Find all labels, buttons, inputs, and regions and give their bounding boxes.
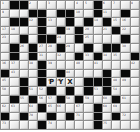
white-cell[interactable]: 22 — [121, 27, 129, 35]
clue-number: 17 — [2, 27, 6, 30]
white-cell[interactable]: 72 — [121, 113, 129, 121]
white-cell[interactable] — [112, 35, 120, 43]
white-cell[interactable] — [29, 35, 37, 43]
white-cell[interactable] — [20, 27, 28, 35]
clue-number: 48 — [113, 78, 117, 81]
white-cell[interactable] — [10, 10, 18, 18]
white-cell[interactable]: 73 — [1, 121, 9, 129]
white-cell[interactable]: 52 — [38, 87, 46, 95]
white-cell[interactable]: 34 — [103, 53, 111, 61]
white-cell[interactable] — [131, 27, 139, 35]
white-cell[interactable]: 20 — [84, 27, 92, 35]
black-cell — [103, 87, 111, 95]
white-cell[interactable]: 44 — [66, 70, 74, 78]
clue-number: 30 — [122, 44, 126, 47]
black-cell — [57, 96, 65, 104]
black-cell — [10, 96, 18, 104]
clue-number: 50 — [2, 87, 6, 90]
white-cell[interactable] — [112, 121, 120, 129]
white-cell[interactable] — [20, 10, 28, 18]
white-cell[interactable]: 64 — [29, 104, 37, 112]
white-cell[interactable] — [94, 44, 102, 52]
clue-number: 68 — [103, 104, 107, 107]
white-cell[interactable] — [131, 87, 139, 95]
clue-number: 21 — [103, 27, 107, 30]
white-cell[interactable]: 50 — [1, 87, 9, 95]
black-cell — [38, 61, 46, 69]
black-cell — [20, 18, 28, 26]
white-cell[interactable] — [84, 104, 92, 112]
black-cell — [84, 87, 92, 95]
clue-number: 34 — [103, 53, 107, 56]
black-cell — [29, 53, 37, 61]
white-cell[interactable]: 66 — [57, 104, 65, 112]
white-cell[interactable]: 63 — [10, 104, 18, 112]
clue-number: 41 — [94, 61, 98, 64]
clue-number: 25 — [85, 35, 89, 38]
black-cell — [75, 96, 83, 104]
white-cell[interactable] — [103, 113, 111, 121]
black-cell — [1, 70, 9, 78]
white-cell[interactable] — [121, 104, 129, 112]
white-cell[interactable]: 59 — [84, 96, 92, 104]
clue-number: 5 — [85, 1, 87, 4]
white-cell[interactable] — [75, 44, 83, 52]
cell-letter: Y — [57, 78, 65, 86]
white-cell[interactable]: 41 — [94, 61, 102, 69]
white-cell[interactable]: 65 — [47, 104, 55, 112]
white-cell[interactable]: 51 — [29, 87, 37, 95]
clue-number: 37 — [11, 61, 15, 64]
white-cell[interactable] — [29, 27, 37, 35]
clue-number: 60 — [103, 96, 107, 99]
white-cell[interactable] — [10, 113, 18, 121]
white-cell[interactable] — [66, 53, 74, 61]
black-cell — [121, 10, 129, 18]
clue-number: 19 — [66, 27, 70, 30]
white-cell[interactable]: 38 — [29, 61, 37, 69]
clue-number: 33 — [85, 53, 89, 56]
black-cell — [10, 44, 18, 52]
white-cell[interactable]: 27 — [38, 44, 46, 52]
white-cell[interactable] — [94, 70, 102, 78]
black-cell — [38, 78, 46, 86]
clue-number: 62 — [2, 104, 6, 107]
white-cell[interactable]: 75 — [103, 121, 111, 129]
clue-number: 36 — [2, 61, 6, 64]
white-cell[interactable]: 16 — [121, 18, 129, 26]
white-cell[interactable] — [131, 44, 139, 52]
clue-number: 75 — [103, 121, 107, 124]
white-cell[interactable]: 61 — [121, 96, 129, 104]
white-cell[interactable] — [29, 70, 37, 78]
clue-number: 11 — [103, 10, 107, 13]
black-cell — [84, 18, 92, 26]
clue-number: 22 — [122, 27, 126, 30]
white-cell[interactable] — [112, 10, 120, 18]
white-cell[interactable]: 30 — [121, 44, 129, 52]
clue-number: 32 — [57, 53, 61, 56]
white-cell[interactable] — [20, 61, 28, 69]
white-cell[interactable]: 48 — [112, 78, 120, 86]
white-cell[interactable] — [121, 121, 129, 129]
black-cell — [20, 113, 28, 121]
clue-number: 49 — [122, 78, 126, 81]
white-cell[interactable] — [84, 70, 92, 78]
white-cell[interactable]: 4 — [75, 1, 83, 9]
clue-number: 54 — [113, 87, 117, 90]
white-cell[interactable] — [57, 1, 65, 9]
black-cell — [10, 1, 18, 9]
white-cell[interactable] — [1, 44, 9, 52]
white-cell[interactable]: 62 — [1, 104, 9, 112]
white-cell[interactable]: 67 — [75, 104, 83, 112]
clue-number: 28 — [48, 44, 52, 47]
clue-number: 74 — [48, 121, 52, 124]
white-cell[interactable] — [57, 18, 65, 26]
clue-number: 67 — [76, 104, 80, 107]
white-cell[interactable]: 7 — [112, 1, 120, 9]
white-cell[interactable]: 37 — [10, 61, 18, 69]
white-cell[interactable]: 8 — [131, 1, 139, 9]
white-cell[interactable] — [1, 53, 9, 61]
clue-number: 16 — [122, 18, 126, 21]
white-cell[interactable]: 24 — [57, 35, 65, 43]
clue-number: 57 — [48, 96, 52, 99]
clue-number: 15 — [113, 18, 117, 21]
white-cell[interactable] — [84, 10, 92, 18]
crossword-grid: 1234567891011121314151617181920212223242… — [0, 0, 140, 130]
white-cell[interactable]: 18 — [10, 27, 18, 35]
white-cell[interactable]: 28 — [47, 44, 55, 52]
white-cell[interactable] — [131, 78, 139, 86]
clue-number: 4 — [76, 1, 78, 4]
clue-number: 53 — [94, 87, 98, 90]
white-cell[interactable]: 36 — [1, 61, 9, 69]
white-cell[interactable]: 31 — [38, 53, 46, 61]
cell-letter: X — [66, 78, 74, 86]
white-cell[interactable] — [20, 70, 28, 78]
clue-number: 29 — [66, 44, 70, 47]
black-cell — [57, 10, 65, 18]
white-cell[interactable] — [10, 35, 18, 43]
white-cell[interactable] — [57, 87, 65, 95]
white-cell[interactable]: 43 — [10, 70, 18, 78]
black-cell — [20, 78, 28, 86]
black-cell — [112, 96, 120, 104]
clue-number: 65 — [48, 104, 52, 107]
clue-number: 18 — [11, 27, 15, 30]
clue-number: 39 — [48, 61, 52, 64]
black-cell — [75, 53, 83, 61]
white-cell[interactable] — [20, 53, 28, 61]
white-cell[interactable]: 55 — [20, 96, 28, 104]
clue-number: 40 — [76, 61, 80, 64]
white-cell[interactable] — [131, 10, 139, 18]
white-cell[interactable]: 5 — [84, 1, 92, 9]
white-cell[interactable]: 74 — [47, 121, 55, 129]
black-cell — [29, 44, 37, 52]
white-cell[interactable] — [66, 121, 74, 129]
black-cell — [103, 44, 111, 52]
white-cell[interactable] — [112, 70, 120, 78]
white-cell[interactable]: 49 — [121, 78, 129, 86]
black-cell — [103, 70, 111, 78]
white-cell[interactable] — [66, 35, 74, 43]
black-cell — [47, 87, 55, 95]
clue-number: 73 — [2, 121, 6, 124]
white-cell[interactable] — [103, 35, 111, 43]
white-cell[interactable] — [75, 70, 83, 78]
clue-number: 71 — [76, 113, 80, 116]
white-cell[interactable]: 23 — [1, 35, 9, 43]
white-cell[interactable]: 25 — [84, 35, 92, 43]
white-cell[interactable]: 19 — [66, 27, 74, 35]
clue-number: 52 — [39, 87, 43, 90]
black-cell — [57, 70, 65, 78]
clue-number: 14 — [94, 18, 98, 21]
clue-number: 66 — [57, 104, 61, 107]
black-cell — [20, 35, 28, 43]
black-cell — [66, 87, 74, 95]
clue-number: 59 — [85, 96, 89, 99]
clue-number: 35 — [113, 53, 117, 56]
clue-number: 3 — [48, 1, 50, 4]
black-cell — [47, 35, 55, 43]
black-cell — [10, 53, 18, 61]
white-cell[interactable] — [121, 1, 129, 9]
black-cell — [57, 27, 65, 35]
white-cell[interactable] — [1, 96, 9, 104]
black-cell — [94, 113, 102, 121]
black-cell — [121, 35, 129, 43]
black-cell — [38, 27, 46, 35]
white-cell[interactable]: 32 — [57, 53, 65, 61]
white-cell[interactable] — [57, 113, 65, 121]
clue-number: 23 — [2, 35, 6, 38]
clue-number: 8 — [131, 1, 133, 4]
black-cell — [94, 10, 102, 18]
clue-number: 45 — [2, 78, 6, 81]
white-cell[interactable] — [131, 18, 139, 26]
clue-number: 12 — [29, 18, 33, 21]
white-cell[interactable]: 12 — [29, 18, 37, 26]
white-cell[interactable] — [75, 121, 83, 129]
clue-number: 13 — [48, 18, 52, 21]
white-cell[interactable] — [20, 104, 28, 112]
black-cell — [94, 121, 102, 129]
black-cell — [94, 104, 102, 112]
clue-number: 70 — [29, 113, 33, 116]
white-cell[interactable] — [66, 104, 74, 112]
clue-number: 43 — [11, 70, 15, 73]
clue-number: 56 — [39, 96, 43, 99]
white-cell[interactable]: 17 — [1, 27, 9, 35]
black-cell — [29, 96, 37, 104]
white-cell[interactable] — [121, 53, 129, 61]
white-cell[interactable] — [84, 121, 92, 129]
black-cell — [20, 87, 28, 95]
white-cell[interactable]: X — [66, 78, 74, 86]
black-cell — [10, 18, 18, 26]
white-cell[interactable]: 54 — [112, 87, 120, 95]
white-cell[interactable] — [94, 35, 102, 43]
white-cell[interactable] — [1, 18, 9, 26]
white-cell[interactable]: 13 — [47, 18, 55, 26]
white-cell[interactable]: 42 — [131, 61, 139, 69]
white-cell[interactable] — [47, 27, 55, 35]
clue-number: 2 — [29, 1, 31, 4]
white-cell[interactable]: 58 — [66, 96, 74, 104]
white-cell[interactable] — [66, 1, 74, 9]
white-cell[interactable]: 6 — [103, 1, 111, 9]
black-cell — [94, 1, 102, 9]
white-cell[interactable] — [57, 61, 65, 69]
clue-number: 31 — [39, 53, 43, 56]
clue-number: 64 — [29, 104, 33, 107]
white-cell[interactable] — [10, 78, 18, 86]
white-cell[interactable]: 33 — [84, 53, 92, 61]
clue-number: 6 — [103, 1, 105, 4]
black-cell — [20, 1, 28, 9]
white-cell[interactable] — [75, 78, 83, 86]
clue-number: 9 — [2, 10, 4, 13]
black-cell — [75, 35, 83, 43]
white-cell[interactable] — [38, 113, 46, 121]
black-cell — [121, 70, 129, 78]
black-cell — [66, 18, 74, 26]
black-cell — [38, 18, 46, 26]
clue-number: 10 — [76, 10, 80, 13]
white-cell[interactable]: 11 — [103, 10, 111, 18]
white-cell[interactable]: 60 — [103, 96, 111, 104]
white-cell[interactable] — [131, 121, 139, 129]
black-cell — [103, 78, 111, 86]
cell-letter: P — [47, 78, 55, 86]
black-cell — [84, 78, 92, 86]
clue-number: 69 — [113, 104, 117, 107]
white-cell[interactable] — [38, 1, 46, 9]
white-cell[interactable] — [75, 18, 83, 26]
white-cell[interactable] — [10, 87, 18, 95]
clue-number: 72 — [122, 113, 126, 116]
clue-number: 7 — [113, 1, 115, 4]
clue-number: 24 — [57, 35, 61, 38]
white-cell[interactable] — [103, 61, 111, 69]
clue-number: 26 — [20, 44, 24, 47]
white-cell[interactable]: 1 — [1, 1, 9, 9]
clue-number: 38 — [29, 61, 33, 64]
black-cell — [131, 53, 139, 61]
white-cell[interactable] — [47, 70, 55, 78]
clue-number: 63 — [11, 104, 15, 107]
white-cell[interactable]: 46P — [47, 78, 55, 86]
black-cell — [38, 10, 46, 18]
white-cell[interactable] — [94, 27, 102, 35]
white-cell[interactable]: 14 — [94, 18, 102, 26]
white-cell[interactable] — [47, 10, 55, 18]
white-cell[interactable] — [57, 121, 65, 129]
white-cell[interactable] — [131, 113, 139, 121]
clue-number: 61 — [122, 96, 126, 99]
white-cell[interactable]: 21 — [103, 27, 111, 35]
black-cell — [84, 44, 92, 52]
white-cell[interactable] — [47, 53, 55, 61]
black-cell — [94, 78, 102, 86]
black-cell — [47, 113, 55, 121]
clue-number: 27 — [39, 44, 43, 47]
clue-number: 58 — [66, 96, 70, 99]
white-cell[interactable] — [84, 113, 92, 121]
white-cell[interactable] — [94, 96, 102, 104]
clue-number: 1 — [2, 1, 4, 4]
clue-number: 55 — [20, 96, 24, 99]
white-cell[interactable]: 29 — [66, 44, 74, 52]
white-cell[interactable]: 15 — [112, 18, 120, 26]
black-cell — [94, 53, 102, 61]
white-cell[interactable]: 9 — [1, 10, 9, 18]
white-cell[interactable] — [75, 87, 83, 95]
white-cell[interactable]: 57 — [47, 96, 55, 104]
page: 1234567891011121314151617181920212223242… — [0, 0, 140, 132]
black-cell — [38, 70, 46, 78]
white-cell[interactable]: 53 — [94, 87, 102, 95]
black-cell — [1, 113, 9, 121]
white-cell[interactable]: 10 — [75, 10, 83, 18]
white-cell[interactable] — [131, 96, 139, 104]
white-cell[interactable] — [10, 121, 18, 129]
white-cell[interactable]: 40 — [75, 61, 83, 69]
white-cell[interactable]: 56 — [38, 96, 46, 104]
clue-number: 42 — [131, 61, 135, 64]
clue-number: 44 — [66, 70, 70, 73]
black-cell — [38, 35, 46, 43]
white-cell[interactable]: 71 — [75, 113, 83, 121]
white-cell[interactable]: 45 — [1, 78, 9, 86]
white-cell[interactable]: 2 — [29, 1, 37, 9]
white-cell[interactable]: 39 — [47, 61, 55, 69]
white-cell[interactable]: 68 — [103, 104, 111, 112]
black-cell — [38, 104, 46, 112]
white-cell[interactable]: 35 — [112, 53, 120, 61]
white-cell[interactable] — [29, 121, 37, 129]
white-cell[interactable] — [121, 87, 129, 95]
black-cell — [112, 44, 120, 52]
white-cell[interactable] — [112, 61, 120, 69]
white-cell[interactable]: 26 — [20, 44, 28, 52]
white-cell[interactable]: 3 — [47, 1, 55, 9]
clue-number: 20 — [85, 27, 89, 30]
white-cell[interactable]: 69 — [112, 104, 120, 112]
white-cell[interactable] — [20, 121, 28, 129]
white-cell[interactable] — [121, 61, 129, 69]
white-cell[interactable] — [84, 61, 92, 69]
white-cell[interactable] — [29, 78, 37, 86]
white-cell[interactable]: 70 — [29, 113, 37, 121]
black-cell — [103, 18, 111, 26]
black-cell — [112, 113, 120, 121]
white-cell[interactable]: 47Y — [57, 78, 65, 86]
black-cell — [38, 121, 46, 129]
white-cell[interactable] — [131, 104, 139, 112]
black-cell — [57, 44, 65, 52]
black-cell — [112, 27, 120, 35]
white-cell[interactable] — [131, 35, 139, 43]
white-cell[interactable] — [66, 61, 74, 69]
black-cell — [29, 10, 37, 18]
white-cell[interactable] — [131, 70, 139, 78]
black-cell — [66, 10, 74, 18]
